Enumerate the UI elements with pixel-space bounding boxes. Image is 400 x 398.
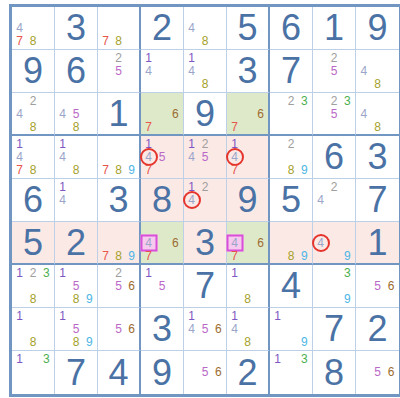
candidate-digit: 5 bbox=[202, 366, 209, 378]
cell-r8c9[interactable]: 2 bbox=[356, 308, 399, 351]
pencil-marks: 48 bbox=[185, 8, 225, 48]
cell-r1c6[interactable]: 5 bbox=[227, 7, 270, 50]
candidate-digit: 6 bbox=[257, 237, 264, 249]
pencil-marks: 235 bbox=[314, 94, 354, 133]
pencil-marks: 24 bbox=[314, 180, 354, 220]
candidate-digit: 7 bbox=[102, 164, 109, 176]
candidate-digit: 2 bbox=[331, 95, 338, 107]
cell-r9c3[interactable]: 4 bbox=[98, 351, 141, 394]
candidate-digit: 5 bbox=[115, 65, 122, 77]
candidate-digit: 5 bbox=[115, 323, 122, 335]
pencil-marks: 19 bbox=[271, 309, 311, 349]
candidate-digit: 1 bbox=[145, 138, 152, 150]
candidate-digit: 2 bbox=[202, 138, 209, 150]
candidate-digit: 1 bbox=[145, 52, 152, 64]
candidate-digit: 1 bbox=[59, 138, 66, 150]
cell-r9c7[interactable]: 13 bbox=[270, 351, 313, 394]
candidate-digit: 4 bbox=[16, 22, 23, 34]
candidate-digit: 8 bbox=[30, 121, 37, 133]
pencil-marks: 56 bbox=[357, 266, 398, 306]
candidate-digit: 4 bbox=[231, 323, 238, 335]
solved-digit: 3 bbox=[195, 225, 215, 261]
cell-r2c4[interactable]: 14 bbox=[141, 50, 184, 93]
candidate-digit: 2 bbox=[331, 52, 338, 64]
candidate-digit: 1 bbox=[188, 138, 195, 150]
cell-r1c8[interactable]: 1 bbox=[313, 7, 356, 50]
cell-r8c8[interactable]: 7 bbox=[313, 308, 356, 351]
candidate-digit: 1 bbox=[59, 310, 66, 322]
cell-r1c1[interactable]: 478 bbox=[12, 7, 55, 50]
solved-digit: 6 bbox=[281, 10, 301, 46]
candidate-digit: 5 bbox=[73, 108, 80, 120]
solved-digit: 3 bbox=[367, 139, 387, 175]
candidate-digit: 6 bbox=[215, 323, 222, 335]
cell-r5c9[interactable]: 7 bbox=[356, 179, 399, 222]
cell-r6c1[interactable]: 5 bbox=[12, 222, 55, 265]
pencil-marks: 13 bbox=[271, 352, 311, 393]
candidate-digit: 8 bbox=[244, 336, 251, 348]
cell-r6c5[interactable]: 3 bbox=[184, 222, 227, 265]
candidate-digit: 4 bbox=[317, 237, 324, 249]
candidate-digit: 8 bbox=[374, 121, 381, 133]
pencil-marks: 458 bbox=[56, 94, 96, 133]
candidate-digit: 9 bbox=[344, 293, 351, 305]
pencil-marks: 256 bbox=[99, 266, 138, 306]
pencil-marks: 248 bbox=[13, 94, 53, 133]
candidate-digit: 4 bbox=[188, 151, 195, 163]
pencil-marks: 39 bbox=[314, 266, 354, 306]
candidate-digit: 4 bbox=[188, 323, 195, 335]
cell-r7c2[interactable]: 1589 bbox=[55, 265, 98, 308]
cell-r4c6[interactable]: 147 bbox=[227, 136, 270, 179]
cell-r3c5[interactable]: 9 bbox=[184, 93, 227, 136]
candidate-digit: 5 bbox=[202, 151, 209, 163]
cell-r7c5[interactable]: 7 bbox=[184, 265, 227, 308]
cell-r2c1[interactable]: 9 bbox=[12, 50, 55, 93]
cell-r8c3[interactable]: 56 bbox=[98, 308, 141, 351]
candidate-digit: 3 bbox=[344, 267, 351, 279]
candidate-digit: 6 bbox=[388, 280, 395, 292]
candidate-digit: 1 bbox=[145, 267, 152, 279]
solved-digit: 6 bbox=[23, 182, 43, 218]
cell-r7c9[interactable]: 56 bbox=[356, 265, 399, 308]
solved-digit: 5 bbox=[23, 225, 43, 261]
candidate-digit: 1 bbox=[231, 267, 238, 279]
pencil-marks: 49 bbox=[314, 223, 354, 262]
pencil-marks: 56 bbox=[99, 309, 138, 349]
candidate-digit: 7 bbox=[16, 164, 23, 176]
cell-r2c7[interactable]: 7 bbox=[270, 50, 313, 93]
candidate-digit: 8 bbox=[30, 35, 37, 47]
cell-r4c3[interactable]: 789 bbox=[98, 136, 141, 179]
solved-digit: 9 bbox=[367, 10, 387, 46]
candidate-digit: 9 bbox=[301, 336, 308, 348]
cell-r8c7[interactable]: 19 bbox=[270, 308, 313, 351]
cell-r9c4[interactable]: 9 bbox=[141, 351, 184, 394]
solved-digit: 2 bbox=[367, 311, 387, 347]
pencil-marks: 15 bbox=[142, 266, 182, 306]
cell-r2c9[interactable]: 48 bbox=[356, 50, 399, 93]
candidate-digit: 1 bbox=[231, 310, 238, 322]
candidate-digit: 9 bbox=[344, 250, 351, 262]
solved-digit: 1 bbox=[108, 96, 128, 132]
cell-r5c8[interactable]: 24 bbox=[313, 179, 356, 222]
pencil-marks: 56 bbox=[185, 352, 225, 393]
cell-r1c9[interactable]: 9 bbox=[356, 7, 399, 50]
solved-digit: 2 bbox=[237, 355, 257, 391]
pencil-marks: 478 bbox=[13, 8, 53, 48]
pencil-marks: 1457 bbox=[142, 137, 182, 177]
solved-digit: 1 bbox=[324, 10, 344, 46]
cell-r4c1[interactable]: 1478 bbox=[12, 136, 55, 179]
candidate-digit: 7 bbox=[145, 164, 152, 176]
cell-r7c7[interactable]: 4 bbox=[270, 265, 313, 308]
candidate-digit: 9 bbox=[86, 336, 93, 348]
cell-r1c3[interactable]: 78 bbox=[98, 7, 141, 50]
candidate-digit: 4 bbox=[145, 65, 152, 77]
candidate-digit: 1 bbox=[274, 310, 281, 322]
cell-r6c2[interactable]: 2 bbox=[55, 222, 98, 265]
candidate-digit: 4 bbox=[188, 194, 195, 206]
candidate-digit: 5 bbox=[115, 280, 122, 292]
cell-r4c5[interactable]: 1245 bbox=[184, 136, 227, 179]
pencil-marks: 48 bbox=[357, 51, 398, 91]
cell-r7c8[interactable]: 39 bbox=[313, 265, 356, 308]
candidate-digit: 4 bbox=[231, 237, 238, 249]
candidate-digit: 4 bbox=[188, 65, 195, 77]
cell-r5c5[interactable]: 124 bbox=[184, 179, 227, 222]
cell-r5c6[interactable]: 9 bbox=[227, 179, 270, 222]
pencil-marks: 467 bbox=[228, 223, 267, 262]
candidate-digit: 1 bbox=[188, 310, 195, 322]
candidate-digit: 4 bbox=[59, 151, 66, 163]
candidate-digit: 9 bbox=[86, 293, 93, 305]
candidate-digit: 1 bbox=[59, 181, 66, 193]
solved-digit: 7 bbox=[281, 53, 301, 89]
pencil-marks: 789 bbox=[99, 137, 138, 177]
pencil-marks: 48 bbox=[357, 94, 398, 133]
cell-r6c6[interactable]: 467 bbox=[227, 222, 270, 265]
candidate-digit: 4 bbox=[360, 65, 367, 77]
candidate-digit: 8 bbox=[288, 250, 295, 262]
cell-r2c8[interactable]: 25 bbox=[313, 50, 356, 93]
candidate-digit: 2 bbox=[115, 52, 122, 64]
candidate-digit: 8 bbox=[73, 164, 80, 176]
candidate-digit: 2 bbox=[331, 181, 338, 193]
candidate-digit: 6 bbox=[215, 366, 222, 378]
candidate-digit: 3 bbox=[301, 353, 308, 365]
solved-digit: 3 bbox=[152, 311, 172, 347]
candidate-digit: 3 bbox=[301, 95, 308, 107]
cell-r5c3[interactable]: 3 bbox=[98, 179, 141, 222]
candidate-digit: 8 bbox=[30, 336, 37, 348]
pencil-marks: 78 bbox=[99, 8, 138, 48]
candidate-digit: 1 bbox=[16, 138, 23, 150]
pencil-marks: 89 bbox=[271, 223, 311, 262]
pencil-marks: 124 bbox=[185, 180, 225, 220]
pencil-marks: 14 bbox=[142, 51, 182, 91]
cell-r4c2[interactable]: 148 bbox=[55, 136, 98, 179]
cell-r9c8[interactable]: 8 bbox=[313, 351, 356, 394]
pencil-marks: 789 bbox=[99, 223, 138, 262]
candidate-digit: 5 bbox=[374, 280, 381, 292]
candidate-digit: 4 bbox=[360, 108, 367, 120]
candidate-digit: 7 bbox=[231, 164, 238, 176]
pencil-marks: 13 bbox=[13, 352, 53, 393]
cell-r7c4[interactable]: 15 bbox=[141, 265, 184, 308]
solved-digit: 3 bbox=[108, 182, 128, 218]
candidate-digit: 8 bbox=[115, 164, 122, 176]
candidate-digit: 8 bbox=[73, 336, 80, 348]
cell-r1c7[interactable]: 6 bbox=[270, 7, 313, 50]
cell-r1c4[interactable]: 2 bbox=[141, 7, 184, 50]
cell-r9c5[interactable]: 56 bbox=[184, 351, 227, 394]
solved-digit: 9 bbox=[152, 355, 172, 391]
pencil-marks: 467 bbox=[142, 223, 182, 262]
candidate-digit: 7 bbox=[145, 121, 152, 133]
candidate-digit: 5 bbox=[73, 280, 80, 292]
candidate-digit: 3 bbox=[344, 95, 351, 107]
solved-digit: 3 bbox=[237, 53, 257, 89]
candidate-digit: 6 bbox=[388, 366, 395, 378]
cell-r1c2[interactable]: 3 bbox=[55, 7, 98, 50]
pencil-marks: 23 bbox=[271, 94, 311, 133]
cell-r9c6[interactable]: 2 bbox=[227, 351, 270, 394]
solved-digit: 5 bbox=[237, 10, 257, 46]
cell-r7c6[interactable]: 18 bbox=[227, 265, 270, 308]
pencil-marks: 289 bbox=[271, 137, 311, 177]
solved-digit: 2 bbox=[66, 225, 86, 261]
pencil-marks: 147 bbox=[228, 137, 267, 177]
candidate-digit: 1 bbox=[16, 310, 23, 322]
candidate-digit: 5 bbox=[331, 108, 338, 120]
pencil-marks: 67 bbox=[142, 94, 182, 133]
candidate-digit: 4 bbox=[317, 194, 324, 206]
cell-r2c6[interactable]: 3 bbox=[227, 50, 270, 93]
candidate-digit: 7 bbox=[102, 250, 109, 262]
candidate-digit: 8 bbox=[288, 164, 295, 176]
candidate-digit: 8 bbox=[115, 35, 122, 47]
candidate-digit: 4 bbox=[59, 108, 66, 120]
pencil-marks: 1589 bbox=[56, 309, 96, 349]
candidate-digit: 4 bbox=[231, 151, 238, 163]
cell-r9c1[interactable]: 13 bbox=[12, 351, 55, 394]
cell-r5c7[interactable]: 5 bbox=[270, 179, 313, 222]
pencil-marks: 18 bbox=[228, 266, 267, 306]
pencil-marks: 14 bbox=[56, 180, 96, 220]
cell-r3c1[interactable]: 248 bbox=[12, 93, 55, 136]
cell-r3c7[interactable]: 23 bbox=[270, 93, 313, 136]
cell-r3c6[interactable]: 67 bbox=[227, 93, 270, 136]
pencil-marks: 148 bbox=[185, 51, 225, 91]
cell-r6c3[interactable]: 789 bbox=[98, 222, 141, 265]
cell-r2c3[interactable]: 25 bbox=[98, 50, 141, 93]
candidate-digit: 1 bbox=[59, 267, 66, 279]
candidate-digit: 8 bbox=[202, 78, 209, 90]
solved-digit: 4 bbox=[108, 355, 128, 391]
candidate-digit: 4 bbox=[145, 151, 152, 163]
candidate-digit: 5 bbox=[374, 366, 381, 378]
cell-r6c9[interactable]: 1 bbox=[356, 222, 399, 265]
cell-r6c7[interactable]: 89 bbox=[270, 222, 313, 265]
candidate-digit: 8 bbox=[202, 35, 209, 47]
candidate-digit: 4 bbox=[16, 108, 23, 120]
cell-r9c9[interactable]: 56 bbox=[356, 351, 399, 394]
solved-digit: 9 bbox=[195, 96, 215, 132]
candidate-digit: 7 bbox=[231, 121, 238, 133]
candidate-digit: 8 bbox=[30, 164, 37, 176]
solved-digit: 1 bbox=[367, 225, 387, 261]
cell-r4c9[interactable]: 3 bbox=[356, 136, 399, 179]
candidate-digit: 6 bbox=[172, 108, 179, 120]
candidate-digit: 7 bbox=[231, 250, 238, 262]
candidate-digit: 8 bbox=[115, 250, 122, 262]
cell-r3c8[interactable]: 235 bbox=[313, 93, 356, 136]
candidate-digit: 6 bbox=[172, 237, 179, 249]
candidate-digit: 9 bbox=[301, 164, 308, 176]
candidate-digit: 1 bbox=[274, 353, 281, 365]
candidate-digit: 4 bbox=[145, 237, 152, 249]
candidate-digit: 3 bbox=[43, 267, 50, 279]
pencil-marks: 1589 bbox=[56, 266, 96, 306]
candidate-digit: 3 bbox=[43, 353, 50, 365]
candidate-digit: 5 bbox=[202, 323, 209, 335]
pencil-marks: 67 bbox=[228, 94, 267, 133]
candidate-digit: 9 bbox=[128, 164, 135, 176]
cell-r5c1[interactable]: 6 bbox=[12, 179, 55, 222]
cell-r8c1[interactable]: 18 bbox=[12, 308, 55, 351]
cell-r4c7[interactable]: 289 bbox=[270, 136, 313, 179]
pencil-marks: 148 bbox=[56, 137, 96, 177]
pencil-marks: 25 bbox=[99, 51, 138, 91]
sudoku-board: 4783782485619962514148372548248458167967… bbox=[9, 4, 400, 397]
cell-r4c8[interactable]: 6 bbox=[313, 136, 356, 179]
cell-r8c2[interactable]: 1589 bbox=[55, 308, 98, 351]
cell-r8c5[interactable]: 1456 bbox=[184, 308, 227, 351]
solved-digit: 7 bbox=[195, 268, 215, 304]
candidate-digit: 2 bbox=[202, 181, 209, 193]
cell-r6c4[interactable]: 467 bbox=[141, 222, 184, 265]
pencil-marks: 25 bbox=[314, 51, 354, 91]
candidate-digit: 4 bbox=[188, 22, 195, 34]
cell-r3c9[interactable]: 48 bbox=[356, 93, 399, 136]
cell-r1c5[interactable]: 48 bbox=[184, 7, 227, 50]
solved-digit: 7 bbox=[66, 355, 86, 391]
candidate-digit: 5 bbox=[159, 280, 166, 292]
candidate-digit: 4 bbox=[16, 151, 23, 163]
candidate-digit: 8 bbox=[30, 293, 37, 305]
pencil-marks: 1456 bbox=[185, 309, 225, 349]
cell-r2c2[interactable]: 6 bbox=[55, 50, 98, 93]
candidate-digit: 9 bbox=[128, 250, 135, 262]
solved-digit: 7 bbox=[367, 182, 387, 218]
candidate-digit: 4 bbox=[59, 194, 66, 206]
solved-digit: 9 bbox=[23, 53, 43, 89]
candidate-digit: 1 bbox=[16, 353, 23, 365]
sudoku-app: 4783782485619962514148372548248458167967… bbox=[0, 0, 400, 398]
candidate-digit: 1 bbox=[16, 267, 23, 279]
solved-digit: 3 bbox=[66, 10, 86, 46]
candidate-digit: 7 bbox=[145, 250, 152, 262]
solved-digit: 8 bbox=[324, 355, 344, 391]
candidate-digit: 8 bbox=[244, 293, 251, 305]
pencil-marks: 56 bbox=[357, 352, 398, 393]
solved-digit: 9 bbox=[237, 182, 257, 218]
candidate-digit: 2 bbox=[288, 95, 295, 107]
solved-digit: 8 bbox=[152, 182, 172, 218]
solved-digit: 6 bbox=[66, 53, 86, 89]
candidate-digit: 8 bbox=[73, 121, 80, 133]
candidate-digit: 2 bbox=[288, 138, 295, 150]
candidate-digit: 2 bbox=[30, 267, 37, 279]
pencil-marks: 148 bbox=[228, 309, 267, 349]
cell-r5c4[interactable]: 8 bbox=[141, 179, 184, 222]
candidate-digit: 2 bbox=[115, 267, 122, 279]
candidate-digit: 5 bbox=[331, 65, 338, 77]
candidate-digit: 6 bbox=[257, 108, 264, 120]
cell-r8c4[interactable]: 3 bbox=[141, 308, 184, 351]
cell-r3c3[interactable]: 1 bbox=[98, 93, 141, 136]
solved-digit: 7 bbox=[324, 311, 344, 347]
cell-r4c4[interactable]: 1457 bbox=[141, 136, 184, 179]
cell-r7c3[interactable]: 256 bbox=[98, 265, 141, 308]
candidate-digit: 6 bbox=[128, 323, 135, 335]
solved-digit: 2 bbox=[152, 10, 172, 46]
cell-r3c2[interactable]: 458 bbox=[55, 93, 98, 136]
cell-r5c2[interactable]: 14 bbox=[55, 179, 98, 222]
cell-r2c5[interactable]: 148 bbox=[184, 50, 227, 93]
cell-r8c6[interactable]: 148 bbox=[227, 308, 270, 351]
solved-digit: 4 bbox=[281, 268, 301, 304]
candidate-digit: 1 bbox=[188, 52, 195, 64]
cell-r9c2[interactable]: 7 bbox=[55, 351, 98, 394]
pencil-marks: 1238 bbox=[13, 266, 53, 306]
candidate-digit: 5 bbox=[159, 151, 166, 163]
candidate-digit: 7 bbox=[102, 35, 109, 47]
solved-digit: 6 bbox=[324, 139, 344, 175]
candidate-digit: 1 bbox=[231, 138, 238, 150]
candidate-digit: 6 bbox=[128, 280, 135, 292]
candidate-digit: 5 bbox=[73, 323, 80, 335]
cell-r7c1[interactable]: 1238 bbox=[12, 265, 55, 308]
candidate-digit: 2 bbox=[30, 95, 37, 107]
candidate-digit: 8 bbox=[374, 78, 381, 90]
pencil-marks: 1245 bbox=[185, 137, 225, 177]
candidate-digit: 9 bbox=[301, 250, 308, 262]
candidate-digit: 8 bbox=[73, 293, 80, 305]
cell-r6c8[interactable]: 49 bbox=[313, 222, 356, 265]
pencil-marks: 1478 bbox=[13, 137, 53, 177]
candidate-digit: 7 bbox=[16, 35, 23, 47]
candidate-digit: 1 bbox=[188, 181, 195, 193]
cell-r3c4[interactable]: 67 bbox=[141, 93, 184, 136]
pencil-marks: 18 bbox=[13, 309, 53, 349]
solved-digit: 5 bbox=[281, 182, 301, 218]
